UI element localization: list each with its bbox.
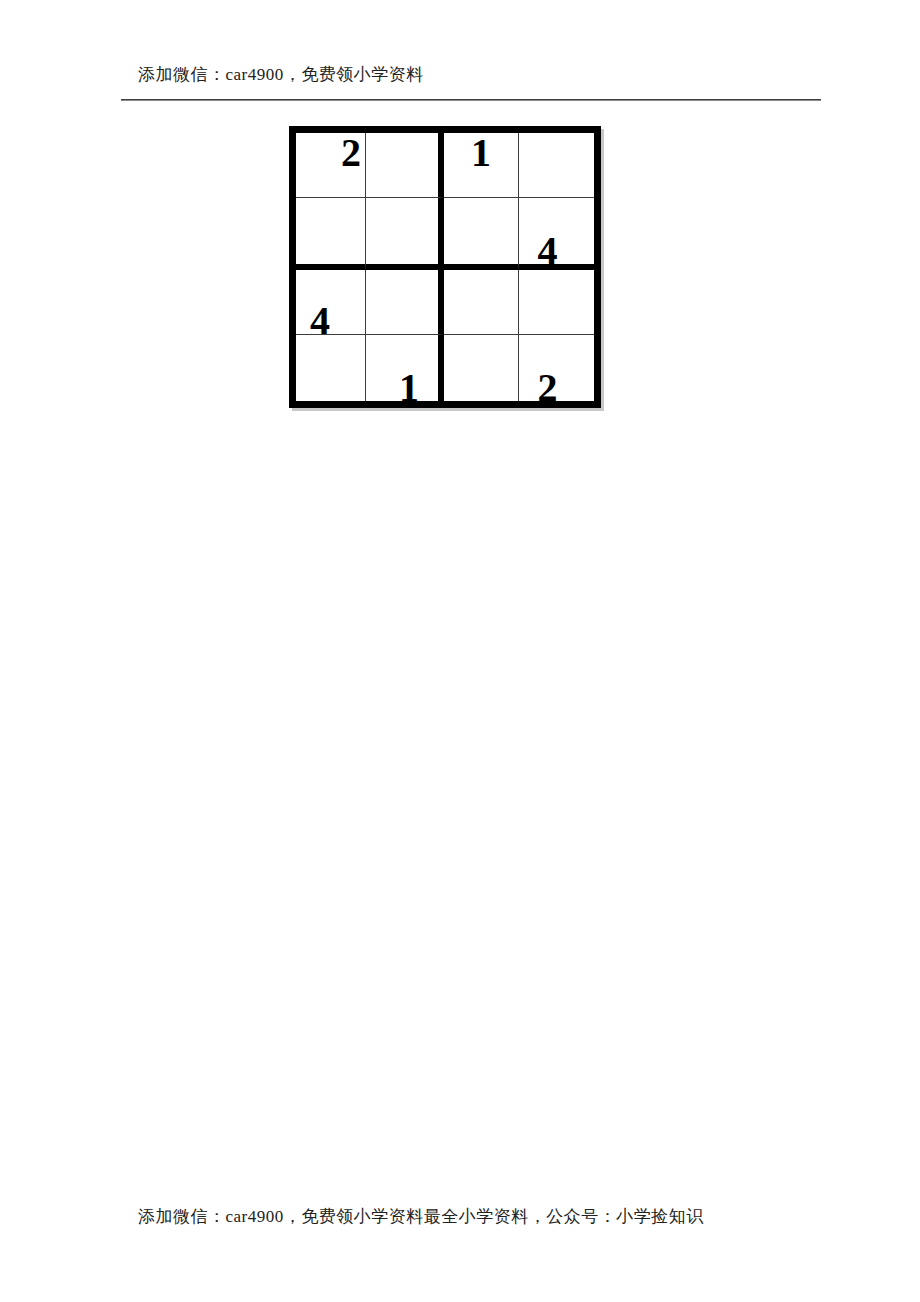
given-digit: 2 [341, 133, 361, 173]
cell-r4c2: 1 [366, 335, 444, 401]
cell-r2c3[interactable] [444, 198, 519, 270]
sudoku-board: 2 1 4 4 [289, 126, 601, 408]
cell-r4c4: 2 [519, 335, 594, 401]
cell-r3c3[interactable] [444, 270, 519, 335]
given-digit: 4 [538, 231, 558, 271]
cell-r3c1: 4 [296, 270, 366, 335]
cell-r3c4[interactable] [519, 270, 594, 335]
cell-r4c1[interactable] [296, 335, 366, 401]
given-digit: 1 [399, 368, 419, 408]
cell-r1c2[interactable] [366, 133, 444, 198]
cell-r2c4: 4 [519, 198, 594, 270]
cell-r1c4[interactable] [519, 133, 594, 198]
given-digit: 1 [471, 133, 491, 173]
given-digit: 2 [538, 368, 558, 408]
header-divider [121, 99, 821, 101]
cell-r1c3: 1 [444, 133, 519, 198]
worksheet-page: 添加微信：car4900，免费领小学资料 2 1 4 4 [0, 0, 920, 1302]
cell-r2c2[interactable] [366, 198, 444, 270]
cell-r3c2[interactable] [366, 270, 444, 335]
header-promo-text: 添加微信：car4900，免费领小学资料 [138, 63, 424, 86]
cell-r4c3[interactable] [444, 335, 519, 401]
footer-promo-text: 添加微信：car4900，免费领小学资料最全小学资料，公众号：小学捡知识 [138, 1205, 704, 1228]
cell-r1c1: 2 [296, 133, 366, 198]
cell-r2c1[interactable] [296, 198, 366, 270]
